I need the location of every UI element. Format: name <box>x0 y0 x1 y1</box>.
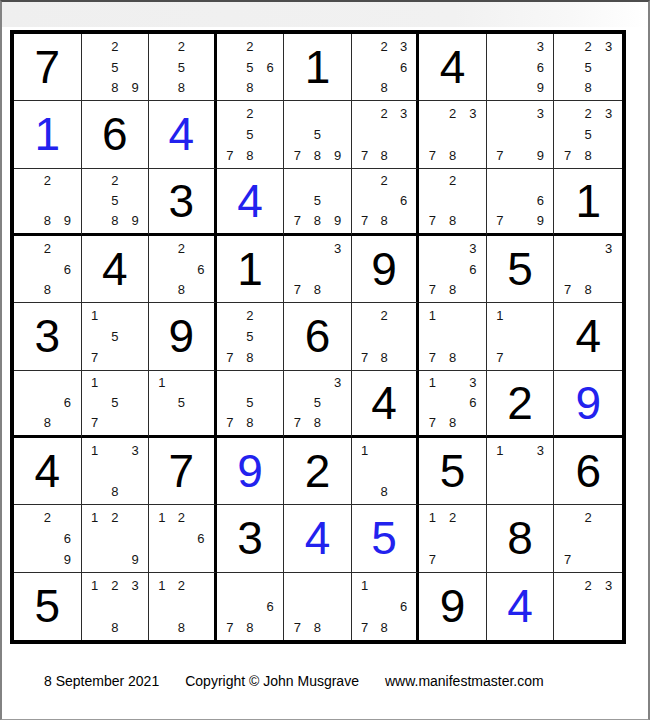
cell-r5c4[interactable]: 2578 <box>217 303 285 370</box>
candidate-mark: 2 <box>443 171 463 191</box>
candidate-mark: 2 <box>37 507 57 528</box>
candidate-mark: 2 <box>374 103 394 124</box>
solved-digit: 4 <box>487 573 554 640</box>
cell-r1c8[interactable]: 369 <box>487 34 555 101</box>
candidate-mark: 2 <box>172 575 192 596</box>
footer-website: www.manifestmaster.com <box>385 673 544 689</box>
solved-digit: 4 <box>284 505 351 571</box>
given-digit: 3 <box>149 169 214 233</box>
top-strip <box>2 2 648 27</box>
pencil-marks: 138 <box>85 440 146 502</box>
candidate-mark: 5 <box>172 57 192 78</box>
pencil-marks: 5789 <box>287 103 348 165</box>
cell-r7c9[interactable]: 6 <box>554 438 622 505</box>
cell-r9c9[interactable]: 23 <box>554 573 622 640</box>
candidate-mark: 8 <box>374 347 394 368</box>
candidate-mark: 7 <box>287 617 307 638</box>
given-digit: 4 <box>554 303 622 369</box>
cell-r2c7[interactable]: 2378 <box>419 101 487 168</box>
candidate-mark: 1 <box>490 440 510 461</box>
solved-digit: 5 <box>352 505 417 571</box>
cell-r9c1[interactable]: 5 <box>14 573 82 640</box>
cell-r7c5[interactable]: 2 <box>284 438 352 505</box>
candidate-mark: 6 <box>191 528 211 549</box>
cell-r2c1[interactable]: 1 <box>14 101 82 168</box>
candidate-mark: 1 <box>355 440 375 461</box>
pencil-marks: 5789 <box>287 171 348 231</box>
candidate-mark: 3 <box>394 103 414 124</box>
pencil-marks: 2358 <box>557 36 619 98</box>
candidate-mark: 6 <box>394 57 414 78</box>
cell-r8c3[interactable]: 126 <box>149 505 217 572</box>
candidate-mark: 9 <box>530 78 550 99</box>
candidate-mark: 7 <box>422 347 442 368</box>
pencil-marks: 268 <box>17 238 78 300</box>
cell-r9c8[interactable]: 4 <box>487 573 555 640</box>
candidate-mark: 6 <box>394 191 414 211</box>
candidate-mark: 3 <box>598 238 619 259</box>
pencil-marks: 278 <box>422 171 483 231</box>
candidate-mark: 3 <box>598 103 619 124</box>
cell-r1c3[interactable]: 258 <box>149 34 217 101</box>
pencil-marks: 378 <box>557 238 619 300</box>
candidate-mark: 7 <box>557 280 578 301</box>
pencil-marks: 23 <box>557 575 619 638</box>
cell-r1c7[interactable]: 4 <box>419 34 487 101</box>
candidate-mark: 2 <box>105 575 125 596</box>
candidate-mark: 2 <box>105 171 125 191</box>
candidate-mark: 3 <box>125 440 145 461</box>
given-digit: 9 <box>352 236 417 302</box>
candidate-mark: 1 <box>355 575 375 596</box>
pencil-marks: 128 <box>152 575 211 638</box>
candidate-mark: 7 <box>287 413 307 433</box>
candidate-mark: 2 <box>240 36 260 57</box>
given-digit: 4 <box>14 438 81 504</box>
candidate-mark: 2 <box>105 507 125 528</box>
candidate-mark: 7 <box>287 145 307 166</box>
footer-copyright: Copyright © John Musgrave <box>185 673 359 689</box>
given-digit: 6 <box>554 438 622 504</box>
candidate-mark: 9 <box>328 145 348 166</box>
cell-r3c7[interactable]: 278 <box>419 169 487 236</box>
candidate-mark: 7 <box>490 211 510 231</box>
candidate-mark: 8 <box>374 617 394 638</box>
candidate-mark: 2 <box>443 507 463 528</box>
candidate-mark: 5 <box>240 124 260 145</box>
given-digit: 3 <box>14 303 81 369</box>
cell-r6c6[interactable]: 4 <box>352 371 420 438</box>
pencil-marks: 2678 <box>355 171 414 231</box>
pencil-marks: 679 <box>490 171 551 231</box>
candidate-mark: 3 <box>530 36 550 57</box>
candidate-mark: 8 <box>240 413 260 433</box>
cell-r2c5[interactable]: 5789 <box>284 101 352 168</box>
cell-r6c5[interactable]: 3578 <box>284 371 352 438</box>
candidate-mark: 1 <box>152 575 172 596</box>
cell-r4c2[interactable]: 4 <box>82 236 150 303</box>
pencil-marks: 23578 <box>557 103 619 165</box>
cell-r8c2[interactable]: 129 <box>82 505 150 572</box>
cell-r2c6[interactable]: 2378 <box>352 101 420 168</box>
cell-r4c4[interactable]: 1 <box>217 236 285 303</box>
cell-r5c7[interactable]: 178 <box>419 303 487 370</box>
given-digit: 1 <box>284 34 351 100</box>
candidate-mark: 2 <box>374 171 394 191</box>
candidate-mark: 1 <box>85 373 105 393</box>
page: 7258925825681236843692358164257857892378… <box>0 0 650 720</box>
candidate-mark: 8 <box>374 211 394 231</box>
cell-r9c3[interactable]: 128 <box>149 573 217 640</box>
cell-r3c3[interactable]: 3 <box>149 169 217 236</box>
cell-r8c8[interactable]: 8 <box>487 505 555 572</box>
cell-r5c2[interactable]: 157 <box>82 303 150 370</box>
candidate-mark: 9 <box>125 211 145 231</box>
cell-r7c2[interactable]: 138 <box>82 438 150 505</box>
candidate-mark: 8 <box>578 280 599 301</box>
cell-r6c7[interactable]: 13678 <box>419 371 487 438</box>
cell-r3c5[interactable]: 5789 <box>284 169 352 236</box>
candidate-mark: 8 <box>240 617 260 638</box>
cell-r1c2[interactable]: 2589 <box>82 34 150 101</box>
candidate-mark: 6 <box>394 596 414 617</box>
given-digit: 5 <box>487 236 554 302</box>
candidate-mark: 3 <box>598 575 619 596</box>
cell-r3c1[interactable]: 289 <box>14 169 82 236</box>
given-digit: 1 <box>217 236 284 302</box>
candidate-mark: 7 <box>422 280 442 301</box>
pencil-marks: 15 <box>152 373 211 433</box>
candidate-mark: 8 <box>172 280 192 301</box>
candidate-mark: 8 <box>443 145 463 166</box>
cell-r2c4[interactable]: 2578 <box>217 101 285 168</box>
pencil-marks: 17 <box>490 305 551 367</box>
candidate-mark: 6 <box>260 596 280 617</box>
candidate-mark: 7 <box>490 347 510 368</box>
candidate-mark: 3 <box>530 440 550 461</box>
cell-r7c7[interactable]: 5 <box>419 438 487 505</box>
candidate-mark: 6 <box>463 393 483 413</box>
candidate-mark: 8 <box>307 413 327 433</box>
cell-r1c1[interactable]: 7 <box>14 34 82 101</box>
pencil-marks: 2368 <box>355 36 414 98</box>
candidate-mark: 5 <box>105 57 125 78</box>
candidate-mark: 5 <box>307 393 327 413</box>
given-digit: 4 <box>82 236 149 302</box>
candidate-mark: 8 <box>37 280 57 301</box>
pencil-marks: 1678 <box>355 575 414 638</box>
candidate-mark: 7 <box>287 211 307 231</box>
cell-r9c4[interactable]: 678 <box>217 573 285 640</box>
pencil-marks: 2568 <box>220 36 281 98</box>
pencil-marks: 2378 <box>355 103 414 165</box>
candidate-mark: 2 <box>172 36 192 57</box>
candidate-mark: 5 <box>240 393 260 413</box>
candidate-mark: 6 <box>57 259 77 280</box>
candidate-mark: 1 <box>490 305 510 326</box>
candidate-mark: 7 <box>220 145 240 166</box>
candidate-mark: 7 <box>287 280 307 301</box>
candidate-mark: 2 <box>374 305 394 326</box>
candidate-mark: 7 <box>422 549 442 570</box>
solved-digit: 1 <box>14 101 81 167</box>
candidate-mark: 9 <box>57 211 77 231</box>
pencil-marks: 269 <box>17 507 78 569</box>
candidate-mark: 3 <box>125 575 145 596</box>
candidate-mark: 8 <box>37 211 57 231</box>
candidate-mark: 3 <box>530 103 550 124</box>
cell-r5c6[interactable]: 278 <box>352 303 420 370</box>
cell-r4c1[interactable]: 268 <box>14 236 82 303</box>
candidate-mark: 2 <box>240 305 260 326</box>
candidate-mark: 1 <box>422 507 442 528</box>
candidate-mark: 9 <box>328 211 348 231</box>
cell-r6c3[interactable]: 15 <box>149 371 217 438</box>
candidate-mark: 7 <box>490 145 510 166</box>
candidate-mark: 7 <box>422 211 442 231</box>
footer-date: 8 September 2021 <box>44 673 159 689</box>
pencil-marks: 379 <box>490 103 551 165</box>
given-digit: 2 <box>284 438 351 504</box>
cell-r1c6[interactable]: 2368 <box>352 34 420 101</box>
given-digit: 9 <box>419 573 486 640</box>
candidate-mark: 6 <box>57 393 77 413</box>
candidate-mark: 8 <box>443 280 463 301</box>
footer: 8 September 2021 Copyright © John Musgra… <box>2 673 648 689</box>
cell-r4c5[interactable]: 378 <box>284 236 352 303</box>
cell-r6c8[interactable]: 2 <box>487 371 555 438</box>
given-digit: 5 <box>14 573 81 640</box>
candidate-mark: 9 <box>125 78 145 99</box>
candidate-mark: 9 <box>530 211 550 231</box>
cell-r9c5[interactable]: 78 <box>284 573 352 640</box>
candidate-mark: 8 <box>443 211 463 231</box>
cell-r8c4[interactable]: 3 <box>217 505 285 572</box>
cell-r4c3[interactable]: 268 <box>149 236 217 303</box>
pencil-marks: 129 <box>85 507 146 569</box>
candidate-mark: 2 <box>578 507 599 528</box>
pencil-marks: 2578 <box>220 103 281 165</box>
candidate-mark: 7 <box>220 413 240 433</box>
cell-r9c2[interactable]: 1238 <box>82 573 150 640</box>
candidate-mark: 2 <box>172 507 192 528</box>
pencil-marks: 289 <box>17 171 78 231</box>
given-digit: 4 <box>352 371 417 435</box>
solved-digit: 4 <box>217 169 284 233</box>
candidate-mark: 8 <box>443 413 463 433</box>
candidate-mark: 3 <box>463 373 483 393</box>
cell-r4c7[interactable]: 3678 <box>419 236 487 303</box>
cell-r4c8[interactable]: 5 <box>487 236 555 303</box>
pencil-marks: 68 <box>17 373 78 433</box>
candidate-mark: 5 <box>240 57 260 78</box>
candidate-mark: 3 <box>463 238 483 259</box>
candidate-mark: 8 <box>374 482 394 503</box>
candidate-mark: 7 <box>85 413 105 433</box>
candidate-mark: 8 <box>374 78 394 99</box>
pencil-marks: 127 <box>422 507 483 569</box>
candidate-mark: 2 <box>172 238 192 259</box>
cell-r6c1[interactable]: 68 <box>14 371 82 438</box>
cell-r3c8[interactable]: 679 <box>487 169 555 236</box>
pencil-marks: 378 <box>287 238 348 300</box>
candidate-mark: 5 <box>307 191 327 211</box>
candidate-mark: 7 <box>422 413 442 433</box>
pencil-marks: 258 <box>152 36 211 98</box>
cell-r1c4[interactable]: 2568 <box>217 34 285 101</box>
candidate-mark: 8 <box>307 617 327 638</box>
candidate-mark: 8 <box>307 211 327 231</box>
candidate-mark: 8 <box>172 617 192 638</box>
candidate-mark: 7 <box>355 145 375 166</box>
sudoku-board: 7258925825681236843692358164257857892378… <box>10 30 626 644</box>
pencil-marks: 678 <box>220 575 281 638</box>
candidate-mark: 1 <box>422 305 442 326</box>
candidate-mark: 7 <box>557 145 578 166</box>
given-digit: 9 <box>149 303 214 369</box>
candidate-mark: 8 <box>307 280 327 301</box>
candidate-mark: 1 <box>152 507 172 528</box>
pencil-marks: 2578 <box>220 305 281 367</box>
candidate-mark: 8 <box>578 78 599 99</box>
pencil-marks: 3678 <box>422 238 483 300</box>
candidate-mark: 8 <box>105 78 125 99</box>
candidate-mark: 9 <box>57 549 77 570</box>
cell-r2c3[interactable]: 4 <box>149 101 217 168</box>
cell-r8c1[interactable]: 269 <box>14 505 82 572</box>
solved-digit: 9 <box>554 371 622 435</box>
candidate-mark: 2 <box>443 103 463 124</box>
cell-r7c3[interactable]: 7 <box>149 438 217 505</box>
candidate-mark: 6 <box>57 528 77 549</box>
candidate-mark: 8 <box>374 145 394 166</box>
candidate-mark: 1 <box>85 507 105 528</box>
cell-r8c5[interactable]: 4 <box>284 505 352 572</box>
cell-r3c9[interactable]: 1 <box>554 169 622 236</box>
candidate-mark: 8 <box>240 347 260 368</box>
cell-r5c9[interactable]: 4 <box>554 303 622 370</box>
cell-r6c9[interactable]: 9 <box>554 371 622 438</box>
cell-r9c6[interactable]: 1678 <box>352 573 420 640</box>
candidate-mark: 1 <box>85 440 105 461</box>
candidate-mark: 5 <box>105 191 125 211</box>
candidate-mark: 7 <box>220 347 240 368</box>
cell-r2c8[interactable]: 379 <box>487 101 555 168</box>
candidate-mark: 8 <box>105 211 125 231</box>
candidate-mark: 2 <box>578 103 599 124</box>
given-digit: 7 <box>149 438 214 504</box>
candidate-mark: 7 <box>557 549 578 570</box>
cell-r1c5[interactable]: 1 <box>284 34 352 101</box>
cell-r2c9[interactable]: 23578 <box>554 101 622 168</box>
candidate-mark: 8 <box>240 145 260 166</box>
cell-r1c9[interactable]: 2358 <box>554 34 622 101</box>
cell-r8c6[interactable]: 5 <box>352 505 420 572</box>
pencil-marks: 78 <box>287 575 348 638</box>
candidate-mark: 5 <box>172 393 192 413</box>
pencil-marks: 157 <box>85 373 146 433</box>
candidate-mark: 9 <box>530 145 550 166</box>
candidate-mark: 3 <box>598 36 619 57</box>
candidate-mark: 8 <box>443 347 463 368</box>
candidate-mark: 7 <box>355 617 375 638</box>
cell-r4c6[interactable]: 9 <box>352 236 420 303</box>
candidate-mark: 8 <box>105 482 125 503</box>
given-digit: 7 <box>14 34 81 100</box>
candidate-mark: 3 <box>394 36 414 57</box>
candidate-mark: 3 <box>328 238 348 259</box>
given-digit: 8 <box>487 505 554 571</box>
candidate-mark: 8 <box>172 78 192 99</box>
candidate-mark: 2 <box>578 575 599 596</box>
pencil-marks: 27 <box>557 507 619 569</box>
candidate-mark: 6 <box>260 57 280 78</box>
given-digit: 5 <box>419 438 486 504</box>
candidate-mark: 2 <box>37 171 57 191</box>
candidate-mark: 3 <box>463 103 483 124</box>
candidate-mark: 7 <box>422 145 442 166</box>
candidate-mark: 2 <box>240 103 260 124</box>
cell-r9c7[interactable]: 9 <box>419 573 487 640</box>
candidate-mark: 9 <box>125 549 145 570</box>
cell-r8c9[interactable]: 27 <box>554 505 622 572</box>
candidate-mark: 5 <box>578 57 599 78</box>
cell-r5c3[interactable]: 9 <box>149 303 217 370</box>
cell-r5c8[interactable]: 17 <box>487 303 555 370</box>
cell-r2c2[interactable]: 6 <box>82 101 150 168</box>
cell-r3c4[interactable]: 4 <box>217 169 285 236</box>
cell-r7c6[interactable]: 18 <box>352 438 420 505</box>
given-digit: 6 <box>82 101 149 167</box>
pencil-marks: 13678 <box>422 373 483 433</box>
given-digit: 3 <box>217 505 284 571</box>
cell-r3c6[interactable]: 2678 <box>352 169 420 236</box>
pencil-marks: 278 <box>355 305 414 367</box>
candidate-mark: 1 <box>152 373 172 393</box>
pencil-marks: 18 <box>355 440 414 502</box>
pencil-marks: 2589 <box>85 171 146 231</box>
candidate-mark: 3 <box>328 373 348 393</box>
candidate-mark: 8 <box>240 78 260 99</box>
cell-r4c9[interactable]: 378 <box>554 236 622 303</box>
candidate-mark: 5 <box>578 124 599 145</box>
candidate-mark: 2 <box>374 36 394 57</box>
given-digit: 1 <box>554 169 622 233</box>
pencil-marks: 178 <box>422 305 483 367</box>
cell-r3c2[interactable]: 2589 <box>82 169 150 236</box>
cell-r7c1[interactable]: 4 <box>14 438 82 505</box>
cell-r6c2[interactable]: 157 <box>82 371 150 438</box>
cell-r6c4[interactable]: 578 <box>217 371 285 438</box>
pencil-marks: 157 <box>85 305 146 367</box>
candidate-mark: 2 <box>37 238 57 259</box>
cell-r7c8[interactable]: 13 <box>487 438 555 505</box>
candidate-mark: 7 <box>355 211 375 231</box>
candidate-mark: 1 <box>422 373 442 393</box>
given-digit: 6 <box>284 303 351 369</box>
candidate-mark: 6 <box>463 259 483 280</box>
cell-r7c4[interactable]: 9 <box>217 438 285 505</box>
candidate-mark: 5 <box>307 124 327 145</box>
candidate-mark: 7 <box>85 347 105 368</box>
cell-r5c1[interactable]: 3 <box>14 303 82 370</box>
candidate-mark: 1 <box>85 575 105 596</box>
pencil-marks: 268 <box>152 238 211 300</box>
candidate-mark: 1 <box>85 305 105 326</box>
pencil-marks: 13 <box>490 440 551 502</box>
cell-r8c7[interactable]: 127 <box>419 505 487 572</box>
cell-r5c5[interactable]: 6 <box>284 303 352 370</box>
